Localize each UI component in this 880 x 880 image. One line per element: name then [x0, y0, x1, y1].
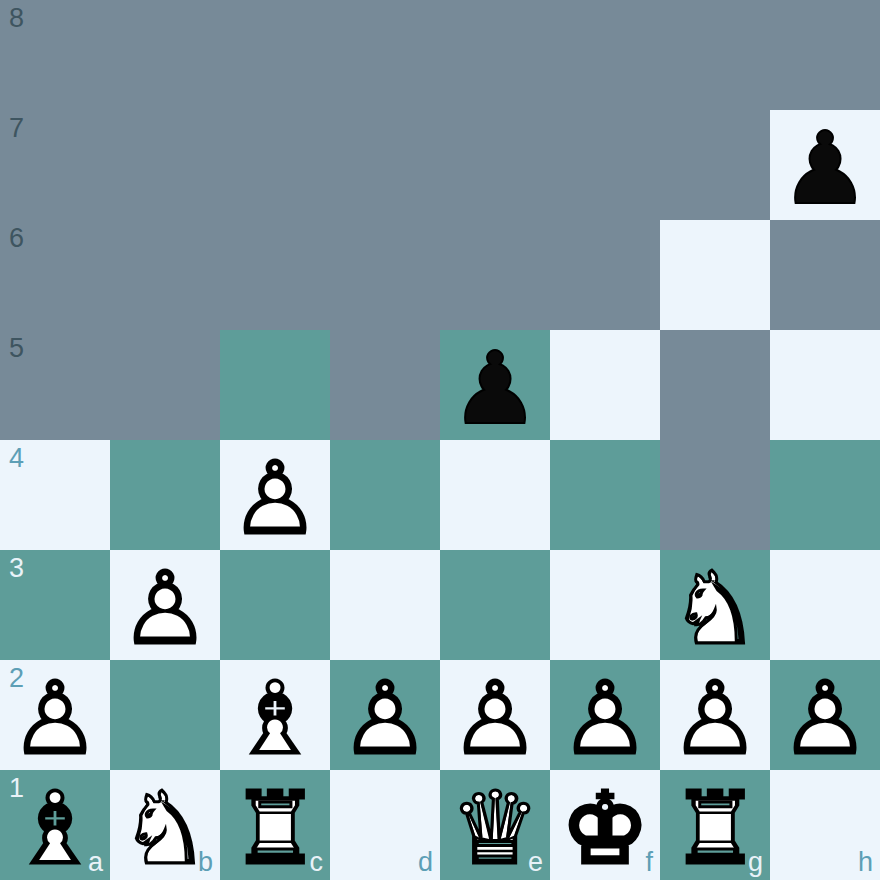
square-d1[interactable]: d — [330, 770, 440, 880]
square-c3[interactable] — [220, 550, 330, 660]
square-a7[interactable]: 7 — [0, 110, 110, 220]
piece-fill-glyph: ♜ — [220, 774, 330, 880]
square-h5[interactable] — [770, 330, 880, 440]
piece-outline-glyph: ♙ — [550, 664, 660, 774]
square-h1[interactable]: h — [770, 770, 880, 880]
square-c1[interactable]: c♜♖ — [220, 770, 330, 880]
black-pawn-icon[interactable]: ♟ — [770, 110, 880, 220]
square-b5[interactable] — [110, 330, 220, 440]
black-pawn-icon[interactable]: ♟ — [440, 330, 550, 440]
piece-outline-glyph: ♔ — [550, 774, 660, 880]
rank-label-6: 6 — [9, 223, 24, 254]
piece-outline-glyph: ♖ — [660, 774, 770, 880]
white-pawn-icon[interactable]: ♟♙ — [550, 660, 660, 770]
square-e1[interactable]: e♛♕ — [440, 770, 550, 880]
square-f1[interactable]: f♚♔ — [550, 770, 660, 880]
piece-fill-glyph: ♟ — [220, 444, 330, 554]
square-h6[interactable] — [770, 220, 880, 330]
square-d2[interactable]: ♟♙ — [330, 660, 440, 770]
piece-fill-glyph: ♞ — [660, 554, 770, 664]
piece-outline-glyph: ♕ — [440, 774, 550, 880]
square-d7[interactable] — [330, 110, 440, 220]
piece-outline-glyph: ♙ — [110, 554, 220, 664]
square-c2[interactable]: ♝♗ — [220, 660, 330, 770]
square-f5[interactable] — [550, 330, 660, 440]
white-rook-icon[interactable]: ♜♖ — [220, 770, 330, 880]
piece-fill-glyph: ♟ — [550, 664, 660, 774]
square-f2[interactable]: ♟♙ — [550, 660, 660, 770]
piece-outline-glyph: ♙ — [0, 664, 110, 774]
piece-fill-glyph: ♝ — [220, 664, 330, 774]
square-e3[interactable] — [440, 550, 550, 660]
square-d4[interactable] — [330, 440, 440, 550]
white-pawn-icon[interactable]: ♟♙ — [770, 660, 880, 770]
white-pawn-icon[interactable]: ♟♙ — [330, 660, 440, 770]
square-e2[interactable]: ♟♙ — [440, 660, 550, 770]
white-king-icon[interactable]: ♚♔ — [550, 770, 660, 880]
piece-outline-glyph: ♗ — [220, 664, 330, 774]
square-c8[interactable] — [220, 0, 330, 110]
square-b2[interactable] — [110, 660, 220, 770]
piece-outline-glyph: ♙ — [330, 664, 440, 774]
square-c7[interactable] — [220, 110, 330, 220]
square-h2[interactable]: ♟♙ — [770, 660, 880, 770]
white-rook-icon[interactable]: ♜♖ — [660, 770, 770, 880]
square-g8[interactable] — [660, 0, 770, 110]
square-b1[interactable]: b♞♘ — [110, 770, 220, 880]
white-knight-icon[interactable]: ♞♘ — [110, 770, 220, 880]
piece-fill-glyph: ♚ — [550, 774, 660, 880]
square-f8[interactable] — [550, 0, 660, 110]
square-a5[interactable]: 5 — [0, 330, 110, 440]
piece-fill-glyph: ♛ — [440, 774, 550, 880]
white-queen-icon[interactable]: ♛♕ — [440, 770, 550, 880]
square-f4[interactable] — [550, 440, 660, 550]
white-pawn-icon[interactable]: ♟♙ — [220, 440, 330, 550]
white-pawn-icon[interactable]: ♟♙ — [440, 660, 550, 770]
piece-fill-glyph: ♜ — [660, 774, 770, 880]
square-e4[interactable] — [440, 440, 550, 550]
white-pawn-icon[interactable]: ♟♙ — [0, 660, 110, 770]
file-label-d: d — [418, 847, 433, 878]
square-g4[interactable] — [660, 440, 770, 550]
rank-label-4: 4 — [9, 443, 24, 474]
white-knight-icon[interactable]: ♞♘ — [660, 550, 770, 660]
square-a3[interactable]: 3 — [0, 550, 110, 660]
piece-outline-glyph: ♘ — [660, 554, 770, 664]
piece-fill-glyph: ♟ — [330, 664, 440, 774]
piece-outline-glyph: ♙ — [660, 664, 770, 774]
square-h7[interactable]: ♟ — [770, 110, 880, 220]
piece-fill-glyph: ♝ — [0, 774, 110, 880]
square-b6[interactable] — [110, 220, 220, 330]
square-d8[interactable] — [330, 0, 440, 110]
piece-fill-glyph: ♟ — [440, 664, 550, 774]
square-g7[interactable] — [660, 110, 770, 220]
square-b4[interactable] — [110, 440, 220, 550]
square-e5[interactable]: ♟ — [440, 330, 550, 440]
piece-fill-glyph: ♟ — [770, 664, 880, 774]
rank-label-8: 8 — [9, 3, 24, 34]
piece-outline-glyph: ♙ — [770, 664, 880, 774]
square-a2[interactable]: 2♟♙ — [0, 660, 110, 770]
piece-outline-glyph: ♙ — [440, 664, 550, 774]
piece-fill-glyph: ♟ — [440, 334, 550, 444]
square-g5[interactable] — [660, 330, 770, 440]
rank-label-7: 7 — [9, 113, 24, 144]
square-e7[interactable] — [440, 110, 550, 220]
square-g6[interactable] — [660, 220, 770, 330]
piece-outline-glyph: ♖ — [220, 774, 330, 880]
white-pawn-icon[interactable]: ♟♙ — [660, 660, 770, 770]
chess-board: 87♟65♟4♟♙3♟♙♞♘2♟♙♝♗♟♙♟♙♟♙♟♙♟♙1a♝♗b♞♘c♜♖d… — [0, 0, 880, 880]
square-c6[interactable] — [220, 220, 330, 330]
square-a1[interactable]: 1a♝♗ — [0, 770, 110, 880]
square-h4[interactable] — [770, 440, 880, 550]
piece-fill-glyph: ♞ — [110, 774, 220, 880]
file-label-h: h — [858, 847, 873, 878]
square-a4[interactable]: 4 — [0, 440, 110, 550]
piece-outline-glyph: ♘ — [110, 774, 220, 880]
square-h3[interactable] — [770, 550, 880, 660]
white-bishop-icon[interactable]: ♝♗ — [0, 770, 110, 880]
square-a8[interactable]: 8 — [0, 0, 110, 110]
white-pawn-icon[interactable]: ♟♙ — [110, 550, 220, 660]
white-bishop-icon[interactable]: ♝♗ — [220, 660, 330, 770]
square-e8[interactable] — [440, 0, 550, 110]
piece-fill-glyph: ♟ — [660, 664, 770, 774]
square-f6[interactable] — [550, 220, 660, 330]
square-c4[interactable]: ♟♙ — [220, 440, 330, 550]
square-f7[interactable] — [550, 110, 660, 220]
square-b3[interactable]: ♟♙ — [110, 550, 220, 660]
square-g3[interactable]: ♞♘ — [660, 550, 770, 660]
square-g1[interactable]: g♜♖ — [660, 770, 770, 880]
piece-outline-glyph: ♙ — [220, 444, 330, 554]
square-a6[interactable]: 6 — [0, 220, 110, 330]
piece-fill-glyph: ♟ — [110, 554, 220, 664]
square-g2[interactable]: ♟♙ — [660, 660, 770, 770]
square-h8[interactable] — [770, 0, 880, 110]
square-d3[interactable] — [330, 550, 440, 660]
square-d5[interactable] — [330, 330, 440, 440]
square-e6[interactable] — [440, 220, 550, 330]
piece-fill-glyph: ♟ — [0, 664, 110, 774]
piece-fill-glyph: ♟ — [770, 114, 880, 224]
square-f3[interactable] — [550, 550, 660, 660]
rank-label-3: 3 — [9, 553, 24, 584]
square-c5[interactable] — [220, 330, 330, 440]
square-b8[interactable] — [110, 0, 220, 110]
rank-label-5: 5 — [9, 333, 24, 364]
piece-outline-glyph: ♗ — [0, 774, 110, 880]
square-d6[interactable] — [330, 220, 440, 330]
square-b7[interactable] — [110, 110, 220, 220]
